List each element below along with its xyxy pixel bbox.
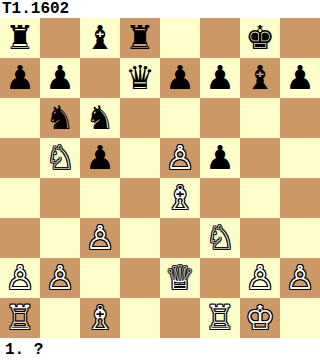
black-pawn[interactable]: ♟ [45,58,75,98]
white-pawn[interactable]: ♙ [5,258,35,298]
square-c4[interactable] [80,178,120,218]
black-knight[interactable]: ♞ [85,98,115,138]
square-f8[interactable] [200,18,240,58]
square-a8[interactable]: ♜ [0,18,40,58]
white-knight[interactable]: ♘ [205,218,235,258]
square-a3[interactable] [0,218,40,258]
square-b5[interactable]: ♘ [40,138,80,178]
white-rook[interactable]: ♖ [205,298,235,338]
square-b4[interactable] [40,178,80,218]
square-c7[interactable] [80,58,120,98]
white-rook[interactable]: ♖ [5,298,35,338]
square-d7[interactable]: ♛ [120,58,160,98]
square-h7[interactable]: ♟ [280,58,320,98]
square-f6[interactable] [200,98,240,138]
square-g2[interactable]: ♙ [240,258,280,298]
square-f5[interactable]: ♟ [200,138,240,178]
white-knight[interactable]: ♘ [45,138,75,178]
square-d6[interactable] [120,98,160,138]
black-pawn[interactable]: ♟ [285,58,315,98]
black-pawn[interactable]: ♟ [85,138,115,178]
chess-puzzle-window: T1.1602 ♜♝♜♚♟♟♛♟♟♝♟♞♞♘♟♙♟♗♙♘♙♙♕♙♙♖♗♖♔ 1.… [0,0,320,360]
black-pawn[interactable]: ♟ [5,58,35,98]
black-bishop[interactable]: ♝ [245,58,275,98]
white-pawn[interactable]: ♙ [165,138,195,178]
puzzle-id-label: T1.1602 [0,0,320,18]
square-e4[interactable]: ♗ [160,178,200,218]
square-g6[interactable] [240,98,280,138]
square-e8[interactable] [160,18,200,58]
square-b3[interactable] [40,218,80,258]
square-b8[interactable] [40,18,80,58]
black-pawn[interactable]: ♟ [205,138,235,178]
square-g7[interactable]: ♝ [240,58,280,98]
square-g3[interactable] [240,218,280,258]
square-d8[interactable]: ♜ [120,18,160,58]
white-bishop[interactable]: ♗ [85,298,115,338]
black-rook[interactable]: ♜ [125,18,155,58]
square-a5[interactable] [0,138,40,178]
square-f4[interactable] [200,178,240,218]
square-d4[interactable] [120,178,160,218]
square-d5[interactable] [120,138,160,178]
square-f3[interactable]: ♘ [200,218,240,258]
square-h6[interactable] [280,98,320,138]
square-c2[interactable] [80,258,120,298]
square-b6[interactable]: ♞ [40,98,80,138]
square-d3[interactable] [120,218,160,258]
square-d2[interactable] [120,258,160,298]
square-h1[interactable] [280,298,320,338]
square-f2[interactable] [200,258,240,298]
square-b7[interactable]: ♟ [40,58,80,98]
white-pawn[interactable]: ♙ [285,258,315,298]
square-h2[interactable]: ♙ [280,258,320,298]
white-queen[interactable]: ♕ [165,258,195,298]
square-h4[interactable] [280,178,320,218]
black-bishop[interactable]: ♝ [85,18,115,58]
square-d1[interactable] [120,298,160,338]
square-h8[interactable] [280,18,320,58]
square-e5[interactable]: ♙ [160,138,200,178]
square-c8[interactable]: ♝ [80,18,120,58]
square-f7[interactable]: ♟ [200,58,240,98]
square-g5[interactable] [240,138,280,178]
move-prompt: 1. ? [0,338,320,360]
square-a4[interactable] [0,178,40,218]
square-c5[interactable]: ♟ [80,138,120,178]
square-c1[interactable]: ♗ [80,298,120,338]
square-g1[interactable]: ♔ [240,298,280,338]
white-pawn[interactable]: ♙ [245,258,275,298]
square-a1[interactable]: ♖ [0,298,40,338]
square-e6[interactable] [160,98,200,138]
black-pawn[interactable]: ♟ [165,58,195,98]
square-a7[interactable]: ♟ [0,58,40,98]
square-h3[interactable] [280,218,320,258]
square-a2[interactable]: ♙ [0,258,40,298]
black-rook[interactable]: ♜ [5,18,35,58]
square-c3[interactable]: ♙ [80,218,120,258]
square-f1[interactable]: ♖ [200,298,240,338]
square-e7[interactable]: ♟ [160,58,200,98]
square-g8[interactable]: ♚ [240,18,280,58]
square-e2[interactable]: ♕ [160,258,200,298]
white-pawn[interactable]: ♙ [85,218,115,258]
black-pawn[interactable]: ♟ [205,58,235,98]
white-bishop[interactable]: ♗ [165,178,195,218]
black-knight[interactable]: ♞ [45,98,75,138]
chess-board: ♜♝♜♚♟♟♛♟♟♝♟♞♞♘♟♙♟♗♙♘♙♙♕♙♙♖♗♖♔ [0,18,320,338]
square-b1[interactable] [40,298,80,338]
black-queen[interactable]: ♛ [125,58,155,98]
square-b2[interactable]: ♙ [40,258,80,298]
square-g4[interactable] [240,178,280,218]
square-a6[interactable] [0,98,40,138]
square-e3[interactable] [160,218,200,258]
square-e1[interactable] [160,298,200,338]
white-king[interactable]: ♔ [245,298,275,338]
black-king[interactable]: ♚ [245,18,275,58]
white-pawn[interactable]: ♙ [45,258,75,298]
square-h5[interactable] [280,138,320,178]
square-c6[interactable]: ♞ [80,98,120,138]
